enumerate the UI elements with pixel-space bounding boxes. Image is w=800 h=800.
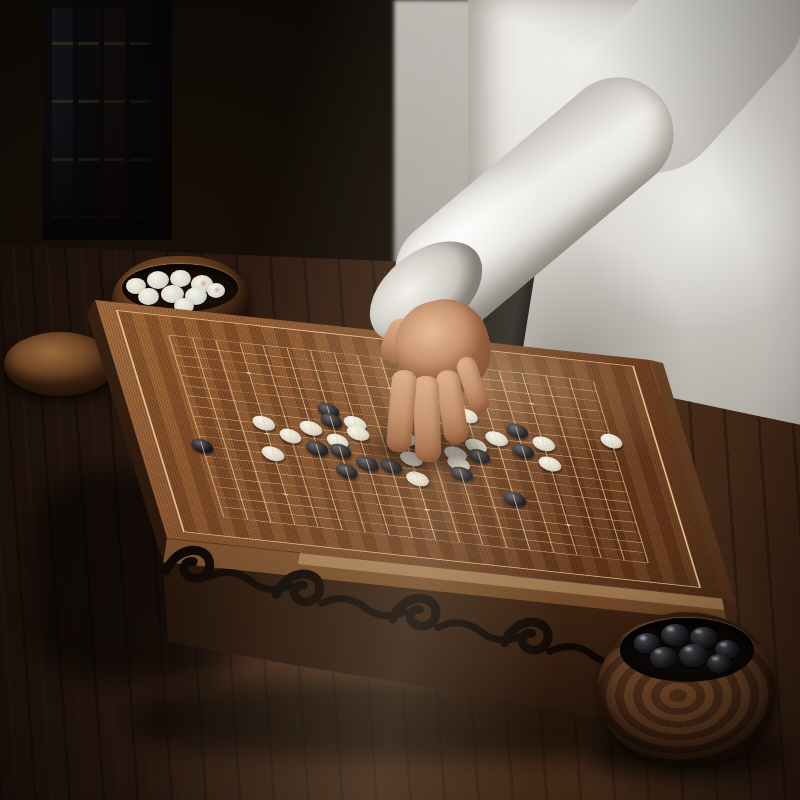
middle-finger <box>413 376 442 463</box>
star-point <box>282 493 288 495</box>
black-stone-bowl <box>598 612 776 764</box>
specular-highlight <box>685 647 693 651</box>
star-point <box>529 403 535 405</box>
specular-highlight <box>667 627 674 631</box>
go-scene-photo <box>0 0 800 800</box>
star-point <box>246 372 252 374</box>
bookshelf <box>42 0 172 240</box>
star-point <box>264 433 270 435</box>
specular-highlight <box>720 643 726 646</box>
bowl-opening <box>620 618 754 682</box>
black-bowl-stone <box>650 647 677 669</box>
stone-pink-marking <box>199 280 208 287</box>
star-point <box>424 509 430 511</box>
stone-pink-marking <box>213 287 220 293</box>
white-bowl-stone <box>207 283 225 298</box>
black-bowl-stone <box>661 624 689 646</box>
specular-highlight <box>640 636 647 640</box>
white-bowl-stone <box>138 288 159 305</box>
specular-highlight <box>712 657 718 660</box>
specular-highlight <box>655 650 662 654</box>
bookshelf-shadow <box>42 0 172 240</box>
intersection <box>635 557 662 570</box>
specular-highlight <box>695 630 702 634</box>
star-point <box>565 524 571 526</box>
black-bowl-stone <box>707 654 731 673</box>
black-bowl-stone <box>679 644 708 667</box>
